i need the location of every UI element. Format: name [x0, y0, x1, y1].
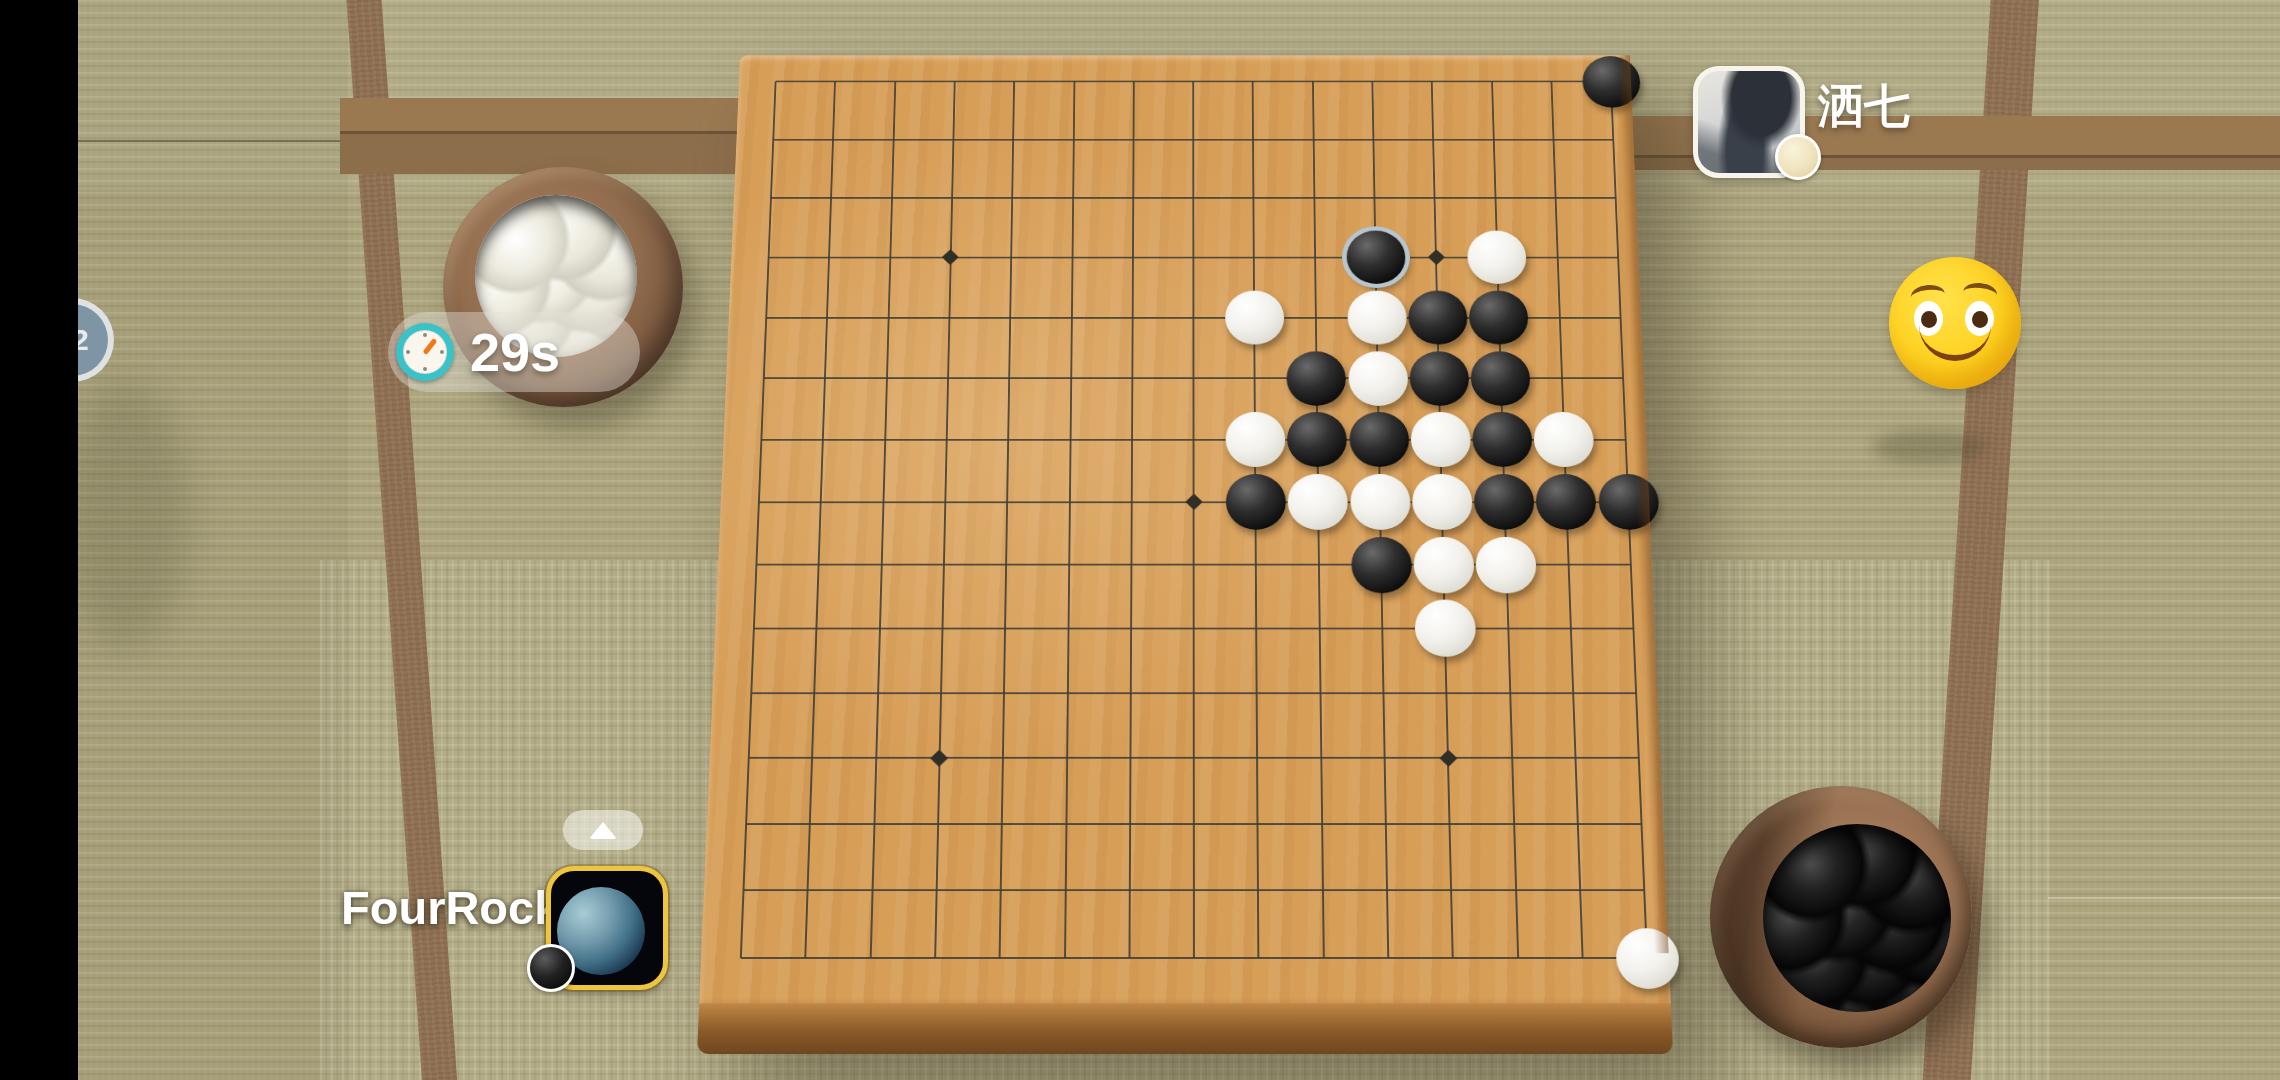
- white-stone: [1414, 600, 1476, 657]
- grid-line-v: [805, 81, 837, 958]
- grid-line-h: [743, 890, 1644, 892]
- board-grid[interactable]: [741, 81, 1648, 959]
- white-stone: [1475, 537, 1537, 593]
- grid-line-v: [1064, 81, 1075, 958]
- black-stone: [1351, 537, 1412, 593]
- black-stone: [1472, 412, 1533, 467]
- black-stone: [1349, 412, 1410, 467]
- turn-timer: 29s: [388, 312, 640, 392]
- black-stones-in-bowl: [1763, 824, 1951, 1012]
- black-stone: [1286, 351, 1346, 405]
- white-stone: [1347, 291, 1407, 345]
- white-stone: [1412, 474, 1473, 530]
- black-stone: [1409, 351, 1470, 405]
- grid-line-v: [1192, 81, 1195, 958]
- white-stone: [1413, 537, 1475, 593]
- black-stone: [1287, 412, 1347, 467]
- smile-emoji-emote: [1889, 257, 2021, 389]
- grid-line-h: [751, 692, 1636, 694]
- black-stone-last-move: [1346, 231, 1406, 284]
- star-point: [1439, 749, 1457, 766]
- black-stone: [1535, 474, 1597, 530]
- white-stone: [1350, 474, 1411, 530]
- game-screen: 29s 22 洒七 FourRockS: [0, 0, 2280, 1080]
- star-point: [931, 749, 949, 766]
- grid-line-h: [754, 627, 1634, 629]
- grid-line-v: [999, 81, 1015, 958]
- black-stone: [1408, 291, 1468, 345]
- grid-line-h: [749, 757, 1639, 759]
- white-stone: [1533, 412, 1595, 467]
- tatami-seam-left: [78, 140, 346, 142]
- white-stone: [1410, 412, 1471, 467]
- star-point: [1185, 494, 1202, 510]
- star-point: [942, 250, 959, 266]
- black-stone-bowl: [1710, 786, 1972, 1048]
- black-stone: [1470, 351, 1531, 405]
- tatami-seam-right: [2048, 897, 2280, 899]
- black-stone: [1597, 474, 1659, 530]
- board-surface[interactable]: [699, 55, 1671, 1003]
- white-stone: [1225, 291, 1284, 345]
- grid-line-v: [934, 81, 955, 958]
- black-stone: [1226, 474, 1286, 530]
- tatami-border-top-left: [340, 98, 764, 174]
- go-board[interactable]: [697, 55, 1673, 1054]
- emoji-shadow: [1872, 430, 1986, 464]
- grid-line-h: [741, 957, 1647, 959]
- screen-letterbox: [0, 0, 78, 1080]
- grid-line-h: [746, 823, 1642, 825]
- opponent-white-stone-badge: [1775, 134, 1821, 180]
- grid-line-v: [740, 81, 777, 958]
- white-stone: [1467, 231, 1527, 284]
- grid-line-v: [1128, 81, 1134, 958]
- ambient-shadow: [60, 380, 190, 650]
- stopwatch-icon: [396, 323, 454, 381]
- grid-line-v: [869, 81, 896, 958]
- opponent-name: 洒七: [1818, 76, 1910, 138]
- timer-label: 29s: [470, 321, 560, 383]
- board-front-edge: [697, 1003, 1673, 1054]
- star-point: [1428, 250, 1445, 266]
- black-stone: [1469, 291, 1529, 345]
- white-stone: [1348, 351, 1408, 405]
- black-stone: [1473, 474, 1535, 530]
- up-arrow-icon: [589, 822, 617, 839]
- white-stone: [1225, 412, 1285, 467]
- emoji-mouth: [1919, 317, 1991, 361]
- white-stone: [1288, 474, 1349, 530]
- player-black-stone-badge: [527, 944, 575, 992]
- emote-button[interactable]: [563, 810, 643, 850]
